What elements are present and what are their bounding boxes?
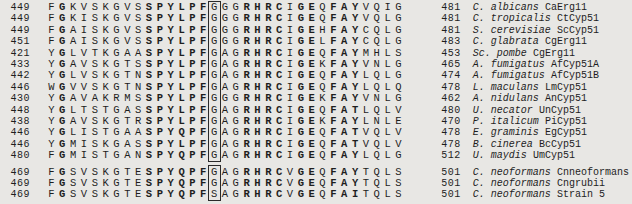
residue: Y (165, 150, 176, 161)
end-residue-number: 501 (435, 167, 461, 178)
residue: G (230, 189, 241, 200)
species-name: A. fumigatus (473, 70, 545, 81)
residue: V (360, 93, 371, 104)
gene-name: CgErg11 (533, 48, 575, 59)
sequence-label: C. neoformans Strain 5 (473, 189, 605, 200)
residue: I (350, 189, 361, 200)
sequence-label: U. necator UnCyp51 (473, 105, 581, 116)
residue: C (274, 36, 285, 47)
residue: V (79, 93, 90, 104)
residue: T (100, 150, 111, 161)
residue: L (382, 93, 393, 104)
residue: P (154, 189, 165, 200)
start-residue-number: 449 (0, 2, 30, 13)
residue: A (220, 150, 231, 161)
residue: Y (350, 93, 361, 104)
residue: E (306, 93, 317, 104)
residue: A (68, 36, 79, 47)
residue: R (241, 189, 252, 200)
residue: P (154, 150, 165, 161)
residue: C (274, 189, 285, 200)
residue: H (252, 36, 263, 47)
residue: E (306, 127, 317, 138)
residue: C (274, 150, 285, 161)
residue: G (295, 189, 306, 200)
residue: F (328, 93, 339, 104)
residue: E (306, 189, 317, 200)
residue: G (295, 36, 306, 47)
residue: F (46, 189, 57, 200)
residue: F (198, 150, 209, 161)
residue: Y (46, 93, 57, 104)
end-residue-number: 480 (435, 105, 461, 116)
residue: C (360, 36, 371, 47)
residue: S (89, 150, 100, 161)
residue: G (295, 127, 306, 138)
alignment-row: 480FGMISTGANSPYQPFGAGRHRCIGEQFAYLQLG512U… (0, 150, 599, 161)
end-residue-number: 512 (435, 150, 461, 161)
end-residue-number: 478 (435, 139, 461, 150)
residue: L (382, 189, 393, 200)
residue: G (57, 150, 68, 161)
residue: A (339, 127, 350, 138)
residue: A (339, 93, 350, 104)
end-residue-number: 478 (435, 82, 461, 93)
end-residue-number: 501 (435, 189, 461, 200)
residue: P (187, 36, 198, 47)
sequence-label: C. glabrata CgErg11 (473, 36, 587, 47)
end-residue-number: 453 (435, 48, 461, 59)
start-residue-number: 438 (0, 116, 30, 127)
residue: F (328, 150, 339, 161)
residue: S (133, 93, 144, 104)
residue: Q (176, 189, 187, 200)
gene-name: CgErg11 (545, 36, 587, 47)
residue: T (360, 189, 371, 200)
hotspot-residue: G (209, 150, 220, 161)
residue: P (187, 150, 198, 161)
residue: A (220, 189, 231, 200)
end-residue-number: 481 (435, 25, 461, 36)
species-name: C. neoformans (473, 189, 551, 200)
residue: Q (176, 127, 187, 138)
residue: L (360, 150, 371, 161)
residue: Q (371, 36, 382, 47)
residue-sequence: FGAISKGVSSPYLPFGGGRHRCIGELFAYCQLG (46, 36, 404, 47)
residue: F (198, 93, 209, 104)
species-name: C. albicans (473, 2, 539, 13)
residue: G (230, 36, 241, 47)
end-residue-number: 478 (435, 127, 461, 138)
residue: H (252, 189, 263, 200)
residue: C (274, 93, 285, 104)
sequence-label: A. nidulans AnCyp51 (473, 93, 587, 104)
residue: Y (165, 93, 176, 104)
start-residue-number: 469 (0, 178, 30, 189)
sequence-label: A. fumigatus AfCyp51B (473, 70, 599, 81)
gene-name: UmCyp51 (533, 150, 575, 161)
residue: L (176, 93, 187, 104)
gene-name: AfCyp51B (551, 70, 599, 81)
residue: I (79, 150, 90, 161)
residue: E (306, 150, 317, 161)
residue: M (122, 93, 133, 104)
residue: S (144, 36, 155, 47)
start-residue-number: 451 (0, 36, 30, 47)
residue: P (187, 127, 198, 138)
residue: G (111, 127, 122, 138)
residue: A (68, 93, 79, 104)
start-residue-number: 448 (0, 105, 30, 116)
residue: Q (371, 150, 382, 161)
gene-name: CaErg11 (545, 2, 587, 13)
residue: G (57, 127, 68, 138)
residue: R (241, 93, 252, 104)
residue: E (133, 189, 144, 200)
hotspot-residue: G (209, 127, 220, 138)
species-name: E. graminis (473, 127, 539, 138)
residue: S (89, 127, 100, 138)
residue: N (133, 150, 144, 161)
residue: L (382, 36, 393, 47)
hotspot-residue: G (209, 36, 220, 47)
sequence-label: P. italicum PiCyp51 (473, 116, 587, 127)
sequence-label: E. graminis EgCyp51 (473, 127, 587, 138)
start-residue-number: 446 (0, 127, 30, 138)
residue: I (285, 150, 296, 161)
residue: A (133, 127, 144, 138)
residue: G (220, 36, 231, 47)
end-residue-number: 481 (435, 13, 461, 24)
residue: T (122, 189, 133, 200)
residue: F (328, 36, 339, 47)
residue: P (154, 36, 165, 47)
start-residue-number: 430 (0, 93, 30, 104)
residue: I (285, 93, 296, 104)
residue: A (122, 150, 133, 161)
species-name: C. tropicalis (473, 13, 551, 24)
start-residue-number: 433 (0, 59, 30, 70)
residue: F (46, 150, 57, 161)
residue-sequence: YGLISTGAASPYQPFGAGRHRCIGEQFATVQLV (46, 127, 404, 138)
residue: I (79, 127, 90, 138)
residue: A (339, 189, 350, 200)
residue: Q (317, 150, 328, 161)
end-residue-number: 474 (435, 70, 461, 81)
residue: H (252, 93, 263, 104)
residue: G (57, 93, 68, 104)
residue: R (241, 36, 252, 47)
sequence-label: Sc. pombe CgErg11 (473, 48, 575, 59)
alignment-block-fungal-cyp51: 449FGKVSKGVSSPYLPFGGGRHRCIGEQFAYVQIG481C… (0, 2, 599, 161)
residue: L (176, 36, 187, 47)
species-name: C. glabrata (473, 36, 539, 47)
residue: L (68, 127, 79, 138)
residue: R (241, 150, 252, 161)
alignment-row: 430YGAVAKRMSSPYLPFGGGRHRCIGEKFAYVNLG462A… (0, 93, 599, 104)
sequence-alignment-figure: 449FGKVSKGVSSPYLPFGGGRHRCIGEQFAYVQIG481C… (0, 0, 632, 204)
residue: F (328, 127, 339, 138)
residue: L (382, 150, 393, 161)
residue: S (144, 93, 155, 104)
sequence-label: B. cinerea BcCyp51 (473, 139, 581, 150)
gene-name: EgCyp51 (545, 127, 587, 138)
hotspot-residue: S (209, 189, 220, 200)
species-name: A. fumigatus (473, 59, 545, 70)
residue: R (263, 127, 274, 138)
residue: K (317, 93, 328, 104)
gene-name: Cngrubii (557, 178, 605, 189)
end-residue-number: 470 (435, 116, 461, 127)
sequence-label: A. fumigatus AfCyp51A (473, 59, 599, 70)
residue: Y (350, 150, 361, 161)
residue: H (252, 127, 263, 138)
species-name: C. neoformans (473, 167, 551, 178)
residue: F (198, 189, 209, 200)
gene-name: Cnneoformans (557, 167, 629, 178)
start-residue-number: 449 (0, 13, 30, 24)
start-residue-number: 446 (0, 139, 30, 150)
residue: R (263, 36, 274, 47)
residue: P (154, 127, 165, 138)
residue: M (68, 150, 79, 161)
sequence-label: S. cerevisiae ScCyp51 (473, 25, 599, 36)
residue: E (306, 36, 317, 47)
residue: F (46, 36, 57, 47)
residue: V (360, 127, 371, 138)
species-name: P. italicum (473, 116, 539, 127)
residue: S (68, 189, 79, 200)
residue: P (154, 93, 165, 104)
hotspot-residue: G (209, 93, 220, 104)
residue: P (187, 93, 198, 104)
residue: S (144, 150, 155, 161)
residue: Q (317, 127, 328, 138)
residue: S (144, 189, 155, 200)
residue: G (295, 93, 306, 104)
gene-name: ScCyp51 (557, 25, 599, 36)
residue: Y (350, 36, 361, 47)
residue: V (285, 189, 296, 200)
sequence-label: U. maydis UmCyp51 (473, 150, 575, 161)
alignment-row: 446YGLISTGAASPYQPFGAGRHRCIGEQFATVQLV478E… (0, 127, 599, 138)
sequence-label: C. tropicalis CtCyp51 (473, 13, 599, 24)
gene-name: CtCyp51 (557, 13, 599, 24)
residue: G (393, 93, 404, 104)
start-residue-number: 469 (0, 189, 30, 200)
species-name: Sc. pombe (473, 48, 527, 59)
species-name: S. cerevisiae (473, 25, 551, 36)
gene-name: AnCyp51 (545, 93, 587, 104)
residue: R (111, 93, 122, 104)
start-residue-number: 446 (0, 82, 30, 93)
residue: F (328, 189, 339, 200)
residue: F (198, 36, 209, 47)
residue: A (339, 150, 350, 161)
gene-name: AfCyp51A (551, 59, 599, 70)
residue: Q (176, 150, 187, 161)
residue: Q (317, 189, 328, 200)
residue: V (79, 189, 90, 200)
residue: S (393, 189, 404, 200)
residue: G (393, 150, 404, 161)
residue: V (393, 127, 404, 138)
residue: R (263, 150, 274, 161)
residue: S (89, 189, 100, 200)
residue: L (382, 127, 393, 138)
residue: G (230, 93, 241, 104)
residue: G (393, 36, 404, 47)
residue: Q (371, 127, 382, 138)
residue: F (198, 127, 209, 138)
alignment-row: 451FGAISKGVSSPYLPFGGGRHRCIGELFAYCQLG483C… (0, 36, 599, 47)
residue: A (122, 127, 133, 138)
residue: G (57, 189, 68, 200)
end-residue-number: 481 (435, 2, 461, 13)
sequence-label: C. neoformans Cnneoformans (473, 167, 629, 178)
residue: I (285, 36, 296, 47)
start-residue-number: 421 (0, 48, 30, 59)
residue: T (350, 127, 361, 138)
end-residue-number: 462 (435, 93, 461, 104)
residue: I (79, 36, 90, 47)
residue: C (274, 127, 285, 138)
alignment-block-c-neoformans: 469FGSVSKGTESPYQPFGAGRHRCVGEQFAYTQLS501C… (0, 167, 629, 201)
residue: A (89, 93, 100, 104)
residue: R (241, 127, 252, 138)
residue: K (100, 189, 111, 200)
species-name: C. neoformans (473, 178, 551, 189)
residue: K (100, 93, 111, 104)
end-residue-number: 501 (435, 178, 461, 189)
start-residue-number: 442 (0, 70, 30, 81)
residue-sequence: YGAVAKRMSSPYLPFGGGRHRCIGEKFAYVNLG (46, 93, 404, 104)
residue: G (111, 189, 122, 200)
residue: R (263, 93, 274, 104)
residue: S (144, 127, 155, 138)
residue: S (133, 36, 144, 47)
species-name: U. maydis (473, 150, 527, 161)
species-name: L. maculans (473, 82, 539, 93)
gene-name: Strain 5 (557, 189, 605, 200)
residue: V (122, 36, 133, 47)
residue: Y (46, 127, 57, 138)
residue: Y (165, 127, 176, 138)
residue: H (252, 150, 263, 161)
residue: I (285, 127, 296, 138)
residue: G (57, 36, 68, 47)
residue: A (339, 36, 350, 47)
residue: Y (165, 189, 176, 200)
start-residue-number: 469 (0, 167, 30, 178)
species-name: B. cinerea (473, 139, 533, 150)
residue: S (89, 36, 100, 47)
residue: R (263, 189, 274, 200)
residue-sequence: FGSVSKGTESPYQPFSAGRHRCVGEQFAITQLS (46, 189, 404, 200)
start-residue-number: 480 (0, 150, 30, 161)
end-residue-number: 483 (435, 36, 461, 47)
sequence-label: L. maculans LmCyp51 (473, 82, 587, 93)
residue: T (100, 127, 111, 138)
sequence-label: C. neoformans Cngrubii (473, 178, 605, 189)
residue: G (230, 127, 241, 138)
residue-sequence: FGMISTGANSPYQPFGAGRHRCIGEQFAYLQLG (46, 150, 404, 161)
residue: A (220, 127, 231, 138)
gene-name: BcCyp51 (539, 139, 581, 150)
residue: P (187, 189, 198, 200)
species-name: U. necator (473, 105, 533, 116)
residue: L (317, 36, 328, 47)
start-residue-number: 449 (0, 25, 30, 36)
residue: G (295, 150, 306, 161)
sequence-label: C. albicans CaErg11 (473, 2, 587, 13)
species-name: A. nidulans (473, 93, 539, 104)
residue: K (100, 36, 111, 47)
residue: G (220, 93, 231, 104)
residue: G (111, 36, 122, 47)
residue: N (371, 93, 382, 104)
gene-name: PiCyp51 (545, 116, 587, 127)
residue: Y (165, 36, 176, 47)
residue: G (230, 150, 241, 161)
residue: G (111, 150, 122, 161)
gene-name: LmCyp51 (545, 82, 587, 93)
alignment-row: 469FGSVSKGTESPYQPFSAGRHRCVGEQFAITQLS501C… (0, 189, 629, 200)
end-residue-number: 465 (435, 59, 461, 70)
gene-name: UnCyp51 (539, 105, 581, 116)
residue: Q (371, 189, 382, 200)
